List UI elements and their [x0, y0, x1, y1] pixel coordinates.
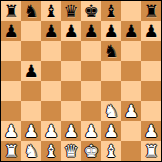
square-e8[interactable]: ♚	[81, 1, 101, 21]
square-c3[interactable]	[41, 101, 61, 121]
piece-white-pawn[interactable]: ♟	[3, 121, 18, 141]
piece-black-pawn[interactable]: ♟	[3, 21, 18, 41]
piece-black-knight[interactable]: ♞	[23, 1, 38, 21]
square-c7[interactable]: ♟	[41, 21, 61, 41]
square-b6[interactable]	[21, 41, 41, 61]
square-f6[interactable]: ♞	[101, 41, 121, 61]
square-b7[interactable]	[21, 21, 41, 41]
square-e1[interactable]: ♚	[81, 141, 101, 161]
piece-black-bishop[interactable]: ♝	[103, 1, 118, 21]
piece-white-pawn[interactable]: ♟	[23, 121, 38, 141]
piece-white-pawn[interactable]: ♟	[143, 121, 158, 141]
square-f2[interactable]: ♟	[101, 121, 121, 141]
piece-black-pawn[interactable]: ♟	[143, 21, 158, 41]
square-h1[interactable]: ♜	[141, 141, 161, 161]
square-a1[interactable]: ♜	[1, 141, 21, 161]
piece-white-pawn[interactable]: ♟	[103, 121, 118, 141]
square-b3[interactable]	[21, 101, 41, 121]
square-f1[interactable]: ♝	[101, 141, 121, 161]
square-e5[interactable]	[81, 61, 101, 81]
square-a7[interactable]: ♟	[1, 21, 21, 41]
piece-white-bishop[interactable]: ♝	[43, 141, 58, 161]
square-c8[interactable]: ♝	[41, 1, 61, 21]
square-e7[interactable]: ♟	[81, 21, 101, 41]
square-c6[interactable]	[41, 41, 61, 61]
chess-board: ♜♞♝♛♚♝♜♟♟♟♟♟♟♟♞♟♞♟♟♟♟♟♟♟♟♜♞♝♛♚♝♜	[0, 0, 162, 162]
square-a4[interactable]	[1, 81, 21, 101]
square-g1[interactable]	[121, 141, 141, 161]
square-a2[interactable]: ♟	[1, 121, 21, 141]
square-d2[interactable]: ♟	[61, 121, 81, 141]
square-e2[interactable]: ♟	[81, 121, 101, 141]
square-f5[interactable]	[101, 61, 121, 81]
square-f3[interactable]: ♞	[101, 101, 121, 121]
square-h6[interactable]	[141, 41, 161, 61]
piece-black-knight[interactable]: ♞	[103, 41, 118, 61]
square-h4[interactable]	[141, 81, 161, 101]
square-h2[interactable]: ♟	[141, 121, 161, 141]
square-d5[interactable]	[61, 61, 81, 81]
square-b5[interactable]: ♟	[21, 61, 41, 81]
square-c4[interactable]	[41, 81, 61, 101]
square-d6[interactable]	[61, 41, 81, 61]
square-b2[interactable]: ♟	[21, 121, 41, 141]
piece-black-pawn[interactable]: ♟	[23, 61, 38, 81]
piece-black-queen[interactable]: ♛	[63, 1, 78, 21]
square-h8[interactable]: ♜	[141, 1, 161, 21]
square-d8[interactable]: ♛	[61, 1, 81, 21]
square-d7[interactable]: ♟	[61, 21, 81, 41]
square-a5[interactable]	[1, 61, 21, 81]
square-h7[interactable]: ♟	[141, 21, 161, 41]
square-d3[interactable]	[61, 101, 81, 121]
piece-white-pawn[interactable]: ♟	[83, 121, 98, 141]
piece-white-pawn[interactable]: ♟	[43, 121, 58, 141]
piece-white-king[interactable]: ♚	[83, 141, 98, 161]
square-g3[interactable]: ♟	[121, 101, 141, 121]
piece-black-pawn[interactable]: ♟	[103, 21, 118, 41]
square-g5[interactable]	[121, 61, 141, 81]
piece-black-king[interactable]: ♚	[83, 1, 98, 21]
piece-white-pawn[interactable]: ♟	[123, 101, 138, 121]
square-e4[interactable]	[81, 81, 101, 101]
square-d1[interactable]: ♛	[61, 141, 81, 161]
piece-black-rook[interactable]: ♜	[143, 1, 158, 21]
square-g8[interactable]	[121, 1, 141, 21]
square-g6[interactable]	[121, 41, 141, 61]
piece-white-bishop[interactable]: ♝	[103, 141, 118, 161]
square-h3[interactable]	[141, 101, 161, 121]
piece-white-knight[interactable]: ♞	[103, 101, 118, 121]
square-h5[interactable]	[141, 61, 161, 81]
piece-black-pawn[interactable]: ♟	[83, 21, 98, 41]
square-g7[interactable]: ♟	[121, 21, 141, 41]
square-c1[interactable]: ♝	[41, 141, 61, 161]
square-b4[interactable]	[21, 81, 41, 101]
square-g2[interactable]	[121, 121, 141, 141]
square-c2[interactable]: ♟	[41, 121, 61, 141]
square-f4[interactable]	[101, 81, 121, 101]
piece-black-pawn[interactable]: ♟	[43, 21, 58, 41]
piece-black-pawn[interactable]: ♟	[63, 21, 78, 41]
square-c5[interactable]	[41, 61, 61, 81]
piece-white-pawn[interactable]: ♟	[63, 121, 78, 141]
square-a8[interactable]: ♜	[1, 1, 21, 21]
piece-black-bishop[interactable]: ♝	[43, 1, 58, 21]
square-d4[interactable]	[61, 81, 81, 101]
square-a3[interactable]	[1, 101, 21, 121]
square-a6[interactable]	[1, 41, 21, 61]
piece-black-rook[interactable]: ♜	[3, 1, 18, 21]
square-g4[interactable]	[121, 81, 141, 101]
square-e3[interactable]	[81, 101, 101, 121]
piece-white-rook[interactable]: ♜	[143, 141, 158, 161]
square-b8[interactable]: ♞	[21, 1, 41, 21]
piece-white-queen[interactable]: ♛	[63, 141, 78, 161]
square-f7[interactable]: ♟	[101, 21, 121, 41]
square-b1[interactable]: ♞	[21, 141, 41, 161]
square-f8[interactable]: ♝	[101, 1, 121, 21]
square-e6[interactable]	[81, 41, 101, 61]
piece-white-rook[interactable]: ♜	[3, 141, 18, 161]
piece-white-knight[interactable]: ♞	[23, 141, 38, 161]
piece-black-pawn[interactable]: ♟	[123, 21, 138, 41]
